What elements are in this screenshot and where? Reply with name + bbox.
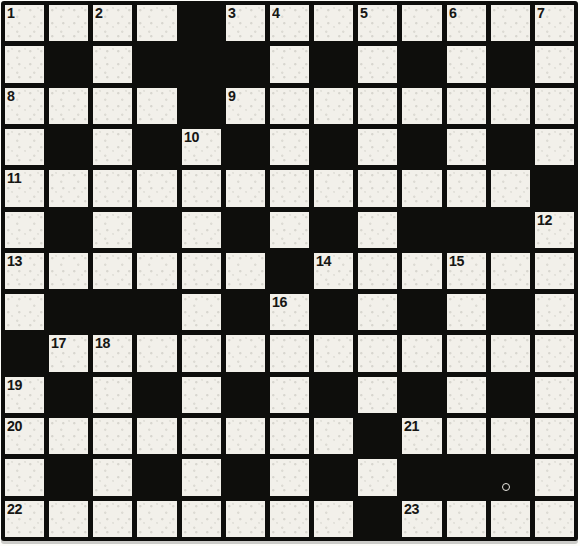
cell-r3-c0[interactable] — [5, 129, 44, 165]
cell-r11-c12[interactable] — [535, 459, 574, 495]
cell-r9-c7 — [314, 377, 353, 413]
cell-r6-c1[interactable] — [49, 253, 88, 289]
cell-r3-c8[interactable] — [358, 129, 397, 165]
cell-r1-c4 — [182, 46, 221, 82]
cell-r9-c3 — [137, 377, 176, 413]
cell-r7-c8[interactable] — [358, 294, 397, 330]
cell-r6-c9[interactable] — [402, 253, 441, 289]
cell-r7-c4[interactable] — [182, 294, 221, 330]
cell-r6-c7[interactable]: 14 — [314, 253, 353, 289]
page: 1234567891011121314151617181920212223 — [0, 0, 580, 546]
cell-r11-c10 — [447, 459, 486, 495]
cell-r1-c0[interactable] — [5, 46, 44, 82]
cell-r12-c8 — [358, 501, 397, 537]
clue-number-2: 2 — [95, 5, 102, 22]
cell-r2-c4 — [182, 88, 221, 124]
cell-r0-c1[interactable] — [49, 5, 88, 41]
clue-number-16: 16 — [272, 294, 287, 311]
cell-r8-c7[interactable] — [314, 335, 353, 371]
cell-r4-c3[interactable] — [137, 170, 176, 206]
clue-number-11: 11 — [7, 170, 21, 187]
cell-r11-c3 — [137, 459, 176, 495]
cell-r12-c3[interactable] — [137, 501, 176, 537]
cell-r8-c10[interactable] — [447, 335, 486, 371]
clue-number-6: 6 — [449, 5, 456, 22]
cell-r8-c5[interactable] — [226, 335, 265, 371]
cell-r5-c3 — [137, 212, 176, 248]
cell-r10-c2[interactable] — [93, 418, 132, 454]
clue-number-1: 1 — [7, 5, 14, 22]
cell-r3-c10[interactable] — [447, 129, 486, 165]
cell-r12-c9[interactable]: 23 — [402, 501, 441, 537]
cell-r7-c2 — [93, 294, 132, 330]
cell-r7-c6[interactable]: 16 — [270, 294, 309, 330]
cell-r12-c5[interactable] — [226, 501, 265, 537]
cell-r12-c10[interactable] — [447, 501, 486, 537]
cell-r3-c12[interactable] — [535, 129, 574, 165]
cell-r9-c5 — [226, 377, 265, 413]
cell-r10-c9[interactable]: 21 — [402, 418, 441, 454]
cell-r1-c5 — [226, 46, 265, 82]
cell-r2-c10[interactable] — [447, 88, 486, 124]
cell-r6-c8[interactable] — [358, 253, 397, 289]
cell-r6-c2[interactable] — [93, 253, 132, 289]
cell-r9-c0[interactable]: 19 — [5, 377, 44, 413]
cell-r10-c3[interactable] — [137, 418, 176, 454]
cell-r12-c6[interactable] — [270, 501, 309, 537]
cell-r3-c1 — [49, 129, 88, 165]
cell-r10-c6[interactable] — [270, 418, 309, 454]
cell-r2-c9[interactable] — [402, 88, 441, 124]
cell-r4-c5[interactable] — [226, 170, 265, 206]
cell-r0-c6[interactable]: 4 — [270, 5, 309, 41]
clue-number-12: 12 — [537, 212, 552, 229]
cell-r5-c8[interactable] — [358, 212, 397, 248]
cell-r9-c9 — [402, 377, 441, 413]
cell-r9-c8[interactable] — [358, 377, 397, 413]
cell-r0-c2[interactable]: 2 — [93, 5, 132, 41]
cell-r6-c12[interactable] — [535, 253, 574, 289]
cell-r1-c11 — [491, 46, 530, 82]
cell-r2-c0[interactable]: 8 — [5, 88, 44, 124]
cell-r7-c11 — [491, 294, 530, 330]
cell-r5-c5 — [226, 212, 265, 248]
cell-r4-c11[interactable] — [491, 170, 530, 206]
cell-r11-c4[interactable] — [182, 459, 221, 495]
cell-r11-c1 — [49, 459, 88, 495]
cell-r1-c2[interactable] — [93, 46, 132, 82]
cell-r11-c11 — [491, 459, 530, 495]
cell-r5-c4[interactable] — [182, 212, 221, 248]
cell-r6-c3[interactable] — [137, 253, 176, 289]
clue-number-19: 19 — [7, 377, 22, 394]
cell-r8-c8[interactable] — [358, 335, 397, 371]
cell-r8-c12[interactable] — [535, 335, 574, 371]
cell-r4-c2[interactable] — [93, 170, 132, 206]
cell-r2-c7[interactable] — [314, 88, 353, 124]
cell-r3-c2[interactable] — [93, 129, 132, 165]
print-speck-circle — [502, 483, 510, 491]
cell-r1-c10[interactable] — [447, 46, 486, 82]
cell-r3-c9 — [402, 129, 441, 165]
clue-number-18: 18 — [95, 335, 110, 352]
cell-r11-c2[interactable] — [93, 459, 132, 495]
cell-r8-c6[interactable] — [270, 335, 309, 371]
cell-r3-c7 — [314, 129, 353, 165]
clue-number-13: 13 — [7, 253, 22, 270]
cell-r9-c4[interactable] — [182, 377, 221, 413]
cell-r0-c4 — [182, 5, 221, 41]
cell-r2-c11[interactable] — [491, 88, 530, 124]
cell-r3-c11 — [491, 129, 530, 165]
clue-number-9: 9 — [228, 88, 235, 105]
cell-r11-c5 — [226, 459, 265, 495]
cell-r5-c11 — [491, 212, 530, 248]
clue-number-7: 7 — [537, 5, 544, 22]
cell-r0-c8[interactable]: 5 — [358, 5, 397, 41]
cell-r12-c2[interactable] — [93, 501, 132, 537]
cell-r10-c5[interactable] — [226, 418, 265, 454]
cell-r6-c11[interactable] — [491, 253, 530, 289]
cell-r9-c2[interactable] — [93, 377, 132, 413]
cell-r10-c7[interactable] — [314, 418, 353, 454]
cell-r2-c5[interactable]: 9 — [226, 88, 265, 124]
cell-r0-c5[interactable]: 3 — [226, 5, 265, 41]
cell-r1-c9 — [402, 46, 441, 82]
cell-r7-c3 — [137, 294, 176, 330]
cell-r6-c4[interactable] — [182, 253, 221, 289]
clue-number-8: 8 — [7, 88, 14, 105]
cell-r8-c1[interactable]: 17 — [49, 335, 88, 371]
clue-number-22: 22 — [7, 501, 22, 518]
cell-r7-c7 — [314, 294, 353, 330]
cell-r1-c1 — [49, 46, 88, 82]
clue-number-23: 23 — [404, 501, 419, 518]
cell-r6-c0[interactable]: 13 — [5, 253, 44, 289]
clue-number-5: 5 — [360, 5, 367, 22]
cell-r3-c3 — [137, 129, 176, 165]
cell-r9-c1 — [49, 377, 88, 413]
clue-number-17: 17 — [51, 335, 66, 352]
cell-r4-c9[interactable] — [402, 170, 441, 206]
crossword-board: 1234567891011121314151617181920212223 — [1, 1, 578, 541]
cell-r6-c6 — [270, 253, 309, 289]
cell-r11-c6[interactable] — [270, 459, 309, 495]
cell-r3-c4[interactable]: 10 — [182, 129, 221, 165]
cell-r12-c4[interactable] — [182, 501, 221, 537]
cell-r4-c10[interactable] — [447, 170, 486, 206]
cell-r0-c3[interactable] — [137, 5, 176, 41]
cell-r2-c8[interactable] — [358, 88, 397, 124]
cell-r3-c5 — [226, 129, 265, 165]
clue-number-3: 3 — [228, 5, 235, 22]
cell-r7-c12[interactable] — [535, 294, 574, 330]
cell-r0-c10[interactable]: 6 — [447, 5, 486, 41]
cell-r12-c12[interactable] — [535, 501, 574, 537]
cell-r12-c1[interactable] — [49, 501, 88, 537]
cell-r0-c7[interactable] — [314, 5, 353, 41]
cell-r0-c12[interactable]: 7 — [535, 5, 574, 41]
cell-r8-c4[interactable] — [182, 335, 221, 371]
cell-r0-c9[interactable] — [402, 5, 441, 41]
cell-r0-c0[interactable]: 1 — [5, 5, 44, 41]
cell-r7-c10[interactable] — [447, 294, 486, 330]
cell-r9-c11 — [491, 377, 530, 413]
cell-r8-c3[interactable] — [137, 335, 176, 371]
clue-number-15: 15 — [449, 253, 464, 270]
clue-number-14: 14 — [316, 253, 331, 270]
clue-number-10: 10 — [184, 129, 199, 146]
cell-r5-c9 — [402, 212, 441, 248]
cell-r3-c6[interactable] — [270, 129, 309, 165]
cell-r4-c7[interactable] — [314, 170, 353, 206]
cell-r2-c1[interactable] — [49, 88, 88, 124]
cell-r8-c0 — [5, 335, 44, 371]
cell-r5-c7 — [314, 212, 353, 248]
cell-r1-c6[interactable] — [270, 46, 309, 82]
cell-r4-c0[interactable]: 11 — [5, 170, 44, 206]
cell-r12-c0[interactable]: 22 — [5, 501, 44, 537]
cell-r2-c6[interactable] — [270, 88, 309, 124]
cell-r2-c2[interactable] — [93, 88, 132, 124]
cell-r4-c6[interactable] — [270, 170, 309, 206]
cell-r9-c10[interactable] — [447, 377, 486, 413]
cell-r8-c2[interactable]: 18 — [93, 335, 132, 371]
cell-r5-c0[interactable] — [5, 212, 44, 248]
cell-r10-c11[interactable] — [491, 418, 530, 454]
cell-r7-c0[interactable] — [5, 294, 44, 330]
cell-r4-c12 — [535, 170, 574, 206]
cell-r11-c0[interactable] — [5, 459, 44, 495]
cell-r5-c6[interactable] — [270, 212, 309, 248]
cell-r1-c7 — [314, 46, 353, 82]
cell-r4-c8[interactable] — [358, 170, 397, 206]
cell-r2-c3[interactable] — [137, 88, 176, 124]
cell-r2-c12[interactable] — [535, 88, 574, 124]
cell-r11-c9 — [402, 459, 441, 495]
clue-number-20: 20 — [7, 418, 22, 435]
cell-r12-c11[interactable] — [491, 501, 530, 537]
cell-r5-c1 — [49, 212, 88, 248]
cell-r9-c6[interactable] — [270, 377, 309, 413]
cell-r4-c4[interactable] — [182, 170, 221, 206]
cell-r6-c10[interactable]: 15 — [447, 253, 486, 289]
cell-r11-c7 — [314, 459, 353, 495]
cell-r0-c11[interactable] — [491, 5, 530, 41]
cell-r7-c9 — [402, 294, 441, 330]
cell-r7-c5 — [226, 294, 265, 330]
cell-r10-c1[interactable] — [49, 418, 88, 454]
cell-r5-c10 — [447, 212, 486, 248]
clue-number-21: 21 — [404, 418, 419, 435]
cell-r8-c9[interactable] — [402, 335, 441, 371]
cell-r10-c0[interactable]: 20 — [5, 418, 44, 454]
cell-r10-c4[interactable] — [182, 418, 221, 454]
cell-r4-c1[interactable] — [49, 170, 88, 206]
cell-r9-c12[interactable] — [535, 377, 574, 413]
cell-r5-c12[interactable]: 12 — [535, 212, 574, 248]
cell-r10-c10[interactable] — [447, 418, 486, 454]
cell-r1-c12[interactable] — [535, 46, 574, 82]
cell-r10-c12[interactable] — [535, 418, 574, 454]
cell-r12-c7[interactable] — [314, 501, 353, 537]
cell-r7-c1 — [49, 294, 88, 330]
cell-r11-c8[interactable] — [358, 459, 397, 495]
cell-r10-c8 — [358, 418, 397, 454]
cell-r1-c3 — [137, 46, 176, 82]
cell-r5-c2[interactable] — [93, 212, 132, 248]
cell-r6-c5[interactable] — [226, 253, 265, 289]
cell-r8-c11[interactable] — [491, 335, 530, 371]
cell-r1-c8[interactable] — [358, 46, 397, 82]
clue-number-4: 4 — [272, 5, 279, 22]
